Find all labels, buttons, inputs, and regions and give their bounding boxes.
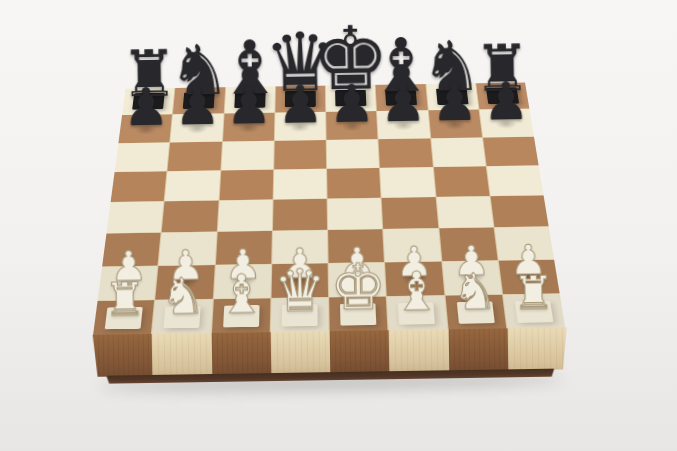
- white-queen[interactable]: ♛: [273, 261, 326, 320]
- chess-set: ♜♞♝♛♚♝♞♜♟♟♟♟♟♟♟♟♟♟♟♟♟♟♟♟♜♞♝♛♚♝♞♜: [0, 0, 677, 451]
- white-rook[interactable]: ♜: [512, 270, 554, 317]
- white-king[interactable]: ♚: [329, 255, 386, 319]
- white-knight[interactable]: ♞: [452, 267, 498, 318]
- black-pawn[interactable]: ♟: [482, 75, 529, 128]
- black-pawn[interactable]: ♟: [174, 80, 221, 133]
- black-pawn[interactable]: ♟: [122, 81, 169, 134]
- pieces-layer: ♜♞♝♛♚♝♞♜♟♟♟♟♟♟♟♟♟♟♟♟♟♟♟♟♜♞♝♛♚♝♞♜: [0, 0, 677, 451]
- black-pawn[interactable]: ♟: [277, 78, 324, 131]
- white-bishop[interactable]: ♝: [392, 265, 440, 319]
- photo-backdrop: ♜♞♝♛♚♝♞♜♟♟♟♟♟♟♟♟♟♟♟♟♟♟♟♟♜♞♝♛♚♝♞♜: [0, 0, 677, 451]
- white-bishop[interactable]: ♝: [217, 267, 265, 321]
- white-rook[interactable]: ♜: [104, 276, 146, 323]
- black-pawn[interactable]: ♟: [328, 77, 375, 130]
- black-pawn[interactable]: ♟: [431, 76, 478, 129]
- white-knight[interactable]: ♞: [160, 271, 206, 322]
- black-pawn[interactable]: ♟: [379, 76, 426, 129]
- black-pawn[interactable]: ♟: [225, 79, 272, 132]
